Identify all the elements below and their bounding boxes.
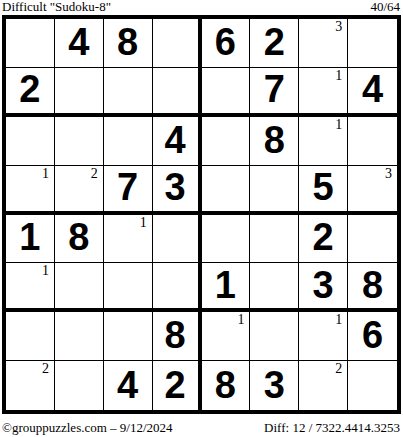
cell-r5c3[interactable]: 1 — [104, 215, 153, 264]
cell-r5c8[interactable] — [348, 215, 397, 264]
pencil-mark: 2 — [91, 167, 98, 181]
cell-r7c6[interactable] — [250, 312, 299, 361]
copyright-date: ©grouppuzzles.com – 9/12/2024 — [2, 420, 173, 435]
given-digit: 4 — [68, 23, 89, 61]
cell-r3c2[interactable] — [55, 117, 104, 166]
given-digit: 6 — [215, 23, 236, 61]
given-digit: 2 — [313, 218, 334, 256]
cell-r7c3[interactable] — [104, 312, 153, 361]
cell-r6c2[interactable] — [55, 263, 104, 312]
given-digit: 4 — [164, 121, 185, 159]
cell-r1c8[interactable] — [348, 19, 397, 68]
cell-r7c7[interactable]: 1 — [299, 312, 348, 361]
pencil-mark: 1 — [42, 167, 49, 181]
pencil-mark: 1 — [42, 264, 49, 278]
given-digit: 1 — [215, 266, 236, 304]
cell-r2c2[interactable] — [55, 68, 104, 117]
cell-r2c4[interactable] — [153, 68, 202, 117]
cell-r4c7[interactable]: 5 — [299, 166, 348, 215]
cell-r5c7[interactable]: 2 — [299, 215, 348, 264]
cell-r4c3[interactable]: 7 — [104, 166, 153, 215]
difficulty-rating: Diff: 12 / 7322.4414.3253 — [264, 420, 400, 435]
cell-r5c5[interactable] — [202, 215, 251, 264]
sudoku-board: 486232714481127353181211388116242832 — [2, 15, 401, 414]
cell-r1c4[interactable] — [153, 19, 202, 68]
cell-r7c8[interactable]: 6 — [348, 312, 397, 361]
cell-r3c1[interactable] — [6, 117, 55, 166]
cell-r3c4[interactable]: 4 — [153, 117, 202, 166]
cell-r5c1[interactable]: 1 — [6, 215, 55, 264]
given-digit: 8 — [362, 266, 383, 304]
header: Difficult "Sudoku-8" 40/64 — [2, 0, 400, 14]
pencil-mark: 1 — [140, 216, 147, 230]
given-digit: 8 — [68, 218, 89, 256]
cell-r2c8[interactable]: 4 — [348, 68, 397, 117]
given-digit: 8 — [164, 316, 185, 354]
given-digit: 8 — [117, 23, 138, 61]
cell-r2c3[interactable] — [104, 68, 153, 117]
cell-r6c4[interactable] — [153, 263, 202, 312]
cell-r6c1[interactable]: 1 — [6, 263, 55, 312]
pencil-mark: 2 — [42, 362, 49, 376]
cell-r6c7[interactable]: 3 — [299, 263, 348, 312]
cell-r7c1[interactable] — [6, 312, 55, 361]
cell-r2c1[interactable]: 2 — [6, 68, 55, 117]
cell-r3c5[interactable] — [202, 117, 251, 166]
given-digit: 4 — [117, 366, 138, 404]
cell-r4c2[interactable]: 2 — [55, 166, 104, 215]
cell-r1c6[interactable]: 2 — [250, 19, 299, 68]
given-digit: 3 — [264, 366, 285, 404]
given-digit: 4 — [362, 70, 383, 108]
cell-r6c8[interactable]: 8 — [348, 263, 397, 312]
cell-r3c6[interactable]: 8 — [250, 117, 299, 166]
cell-r1c1[interactable] — [6, 19, 55, 68]
given-digit: 2 — [19, 70, 40, 108]
pencil-mark: 1 — [237, 313, 244, 327]
cell-r2c5[interactable] — [202, 68, 251, 117]
cell-r5c2[interactable]: 8 — [55, 215, 104, 264]
given-digit: 8 — [264, 121, 285, 159]
cell-r7c5[interactable]: 1 — [202, 312, 251, 361]
cell-r1c3[interactable]: 8 — [104, 19, 153, 68]
cell-r2c6[interactable]: 7 — [250, 68, 299, 117]
pencil-mark: 2 — [335, 362, 342, 376]
cell-r4c1[interactable]: 1 — [6, 166, 55, 215]
pencil-mark: 1 — [335, 313, 342, 327]
cell-r2c7[interactable]: 1 — [299, 68, 348, 117]
pencil-mark: 3 — [335, 20, 342, 34]
cell-r4c4[interactable]: 3 — [153, 166, 202, 215]
sudoku-page: Difficult "Sudoku-8" 40/64 4862327144811… — [0, 0, 403, 437]
given-digit: 7 — [264, 70, 285, 108]
given-digit: 3 — [164, 168, 185, 206]
cell-r4c5[interactable] — [202, 166, 251, 215]
given-digit: 2 — [264, 23, 285, 61]
pencil-mark: 1 — [335, 118, 342, 132]
cell-r3c3[interactable] — [104, 117, 153, 166]
cell-r1c5[interactable]: 6 — [202, 19, 251, 68]
puzzle-title: Difficult "Sudoku-8" — [2, 0, 111, 14]
cell-r8c2[interactable] — [55, 361, 104, 410]
cell-r6c3[interactable] — [104, 263, 153, 312]
cell-r8c4[interactable]: 2 — [153, 361, 202, 410]
cell-r8c5[interactable]: 8 — [202, 361, 251, 410]
cell-r4c8[interactable]: 3 — [348, 166, 397, 215]
cell-r8c7[interactable]: 2 — [299, 361, 348, 410]
cell-r8c6[interactable]: 3 — [250, 361, 299, 410]
cell-r1c2[interactable]: 4 — [55, 19, 104, 68]
empty-cell-counter: 40/64 — [370, 0, 400, 14]
cell-r1c7[interactable]: 3 — [299, 19, 348, 68]
cell-r5c4[interactable] — [153, 215, 202, 264]
cell-r5c6[interactable] — [250, 215, 299, 264]
cell-r4c6[interactable] — [250, 166, 299, 215]
pencil-mark: 3 — [385, 167, 392, 181]
cell-r6c6[interactable] — [250, 263, 299, 312]
cell-r7c4[interactable]: 8 — [153, 312, 202, 361]
cell-r7c2[interactable] — [55, 312, 104, 361]
cell-r8c3[interactable]: 4 — [104, 361, 153, 410]
cell-r8c1[interactable]: 2 — [6, 361, 55, 410]
cell-r3c7[interactable]: 1 — [299, 117, 348, 166]
given-digit: 6 — [362, 316, 383, 354]
footer: ©grouppuzzles.com – 9/12/2024 Diff: 12 /… — [2, 420, 400, 435]
cell-r6c5[interactable]: 1 — [202, 263, 251, 312]
pencil-mark: 1 — [335, 69, 342, 83]
cell-r8c8[interactable] — [348, 361, 397, 410]
given-digit: 1 — [19, 218, 40, 256]
given-digit: 2 — [164, 366, 185, 404]
cell-r3c8[interactable] — [348, 117, 397, 166]
given-digit: 5 — [313, 168, 334, 206]
given-digit: 3 — [313, 266, 334, 304]
given-digit: 8 — [215, 366, 236, 404]
given-digit: 7 — [117, 168, 138, 206]
